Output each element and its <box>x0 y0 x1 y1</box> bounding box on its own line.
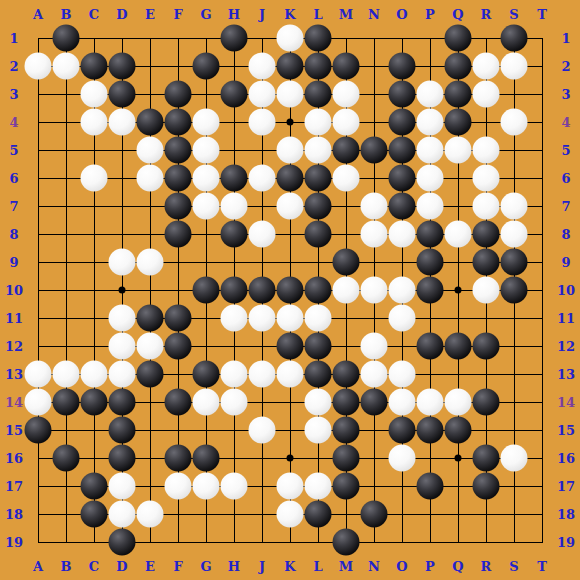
col-label-bottom: D <box>116 560 127 573</box>
black-stone-F11 <box>165 305 192 332</box>
white-stone-J2 <box>249 53 276 80</box>
black-stone-G2 <box>193 53 220 80</box>
row-label-left: 13 <box>5 368 23 381</box>
black-stone-E4 <box>137 109 164 136</box>
white-stone-S4 <box>501 109 528 136</box>
white-stone-S8 <box>501 221 528 248</box>
white-stone-Q8 <box>445 221 472 248</box>
row-label-left: 11 <box>5 312 23 325</box>
black-stone-M14 <box>333 389 360 416</box>
white-stone-E6 <box>137 165 164 192</box>
white-stone-K3 <box>277 81 304 108</box>
col-label-top: C <box>89 8 99 21</box>
col-label-bottom: L <box>313 560 322 573</box>
white-stone-N12 <box>361 333 388 360</box>
star-point <box>287 119 294 126</box>
row-label-right: 15 <box>557 424 575 437</box>
white-stone-P14 <box>417 389 444 416</box>
black-stone-M15 <box>333 417 360 444</box>
black-stone-H6 <box>221 165 248 192</box>
white-stone-G5 <box>193 137 220 164</box>
black-stone-G13 <box>193 361 220 388</box>
black-stone-H3 <box>221 81 248 108</box>
white-stone-E12 <box>137 333 164 360</box>
black-stone-N18 <box>361 501 388 528</box>
black-stone-F8 <box>165 221 192 248</box>
row-label-right: 4 <box>561 116 570 129</box>
white-stone-C4 <box>81 109 108 136</box>
white-stone-A14 <box>25 389 52 416</box>
black-stone-O5 <box>389 137 416 164</box>
star-point <box>119 287 126 294</box>
white-stone-K11 <box>277 305 304 332</box>
black-stone-L2 <box>305 53 332 80</box>
black-stone-L8 <box>305 221 332 248</box>
white-stone-C6 <box>81 165 108 192</box>
white-stone-N8 <box>361 221 388 248</box>
col-label-bottom: F <box>173 560 182 573</box>
white-stone-J3 <box>249 81 276 108</box>
white-stone-K18 <box>277 501 304 528</box>
black-stone-G10 <box>193 277 220 304</box>
black-stone-R9 <box>473 249 500 276</box>
row-label-left: 2 <box>9 60 18 73</box>
white-stone-D13 <box>109 361 136 388</box>
col-label-top: N <box>368 8 380 21</box>
white-stone-H17 <box>221 473 248 500</box>
black-stone-K10 <box>277 277 304 304</box>
row-label-right: 6 <box>561 172 570 185</box>
go-board[interactable]: AABBCCDDEEFFGGHHJJKKLLMMNNOOPPQQRRSSTT11… <box>0 0 580 580</box>
black-stone-R14 <box>473 389 500 416</box>
white-stone-J8 <box>249 221 276 248</box>
black-stone-Q3 <box>445 81 472 108</box>
white-stone-L14 <box>305 389 332 416</box>
black-stone-R16 <box>473 445 500 472</box>
col-label-bottom: T <box>537 560 547 573</box>
star-point <box>287 455 294 462</box>
white-stone-O8 <box>389 221 416 248</box>
row-label-left: 4 <box>9 116 18 129</box>
col-label-top: A <box>33 8 43 21</box>
black-stone-A15 <box>25 417 52 444</box>
black-stone-O6 <box>389 165 416 192</box>
white-stone-K7 <box>277 193 304 220</box>
black-stone-Q4 <box>445 109 472 136</box>
white-stone-G6 <box>193 165 220 192</box>
black-stone-B14 <box>53 389 80 416</box>
white-stone-M4 <box>333 109 360 136</box>
star-point <box>455 455 462 462</box>
black-stone-O4 <box>389 109 416 136</box>
star-point <box>455 287 462 294</box>
row-label-right: 17 <box>557 480 575 493</box>
black-stone-E11 <box>137 305 164 332</box>
row-label-left: 9 <box>9 256 18 269</box>
white-stone-M6 <box>333 165 360 192</box>
black-stone-F3 <box>165 81 192 108</box>
row-label-right: 18 <box>557 508 575 521</box>
white-stone-P6 <box>417 165 444 192</box>
black-stone-L18 <box>305 501 332 528</box>
row-label-left: 5 <box>9 144 18 157</box>
white-stone-A13 <box>25 361 52 388</box>
col-label-top: P <box>425 8 435 21</box>
col-label-bottom: A <box>33 560 43 573</box>
white-stone-L5 <box>305 137 332 164</box>
white-stone-E9 <box>137 249 164 276</box>
row-label-left: 6 <box>9 172 18 185</box>
black-stone-Q2 <box>445 53 472 80</box>
black-stone-L1 <box>305 25 332 52</box>
white-stone-O16 <box>389 445 416 472</box>
white-stone-D11 <box>109 305 136 332</box>
col-label-bottom: M <box>339 560 353 573</box>
black-stone-O15 <box>389 417 416 444</box>
black-stone-G16 <box>193 445 220 472</box>
row-label-left: 7 <box>9 200 18 213</box>
white-stone-K1 <box>277 25 304 52</box>
row-label-right: 9 <box>561 256 570 269</box>
black-stone-R12 <box>473 333 500 360</box>
white-stone-D17 <box>109 473 136 500</box>
col-label-top: T <box>537 8 547 21</box>
row-label-left: 15 <box>5 424 23 437</box>
white-stone-O13 <box>389 361 416 388</box>
white-stone-R5 <box>473 137 500 164</box>
white-stone-E18 <box>137 501 164 528</box>
white-stone-E5 <box>137 137 164 164</box>
black-stone-L6 <box>305 165 332 192</box>
black-stone-S1 <box>501 25 528 52</box>
row-label-left: 17 <box>5 480 23 493</box>
black-stone-D15 <box>109 417 136 444</box>
white-stone-G17 <box>193 473 220 500</box>
black-stone-K2 <box>277 53 304 80</box>
row-label-left: 12 <box>5 340 23 353</box>
white-stone-F17 <box>165 473 192 500</box>
white-stone-N7 <box>361 193 388 220</box>
black-stone-L7 <box>305 193 332 220</box>
row-label-right: 10 <box>557 284 575 297</box>
white-stone-M3 <box>333 81 360 108</box>
black-stone-H10 <box>221 277 248 304</box>
white-stone-B2 <box>53 53 80 80</box>
black-stone-O7 <box>389 193 416 220</box>
col-label-bottom: Q <box>452 560 463 573</box>
black-stone-F6 <box>165 165 192 192</box>
col-label-top: J <box>259 8 265 21</box>
grid-line <box>542 38 543 543</box>
black-stone-B16 <box>53 445 80 472</box>
white-stone-L4 <box>305 109 332 136</box>
black-stone-Q12 <box>445 333 472 360</box>
white-stone-J15 <box>249 417 276 444</box>
white-stone-R7 <box>473 193 500 220</box>
white-stone-H13 <box>221 361 248 388</box>
white-stone-A2 <box>25 53 52 80</box>
black-stone-O2 <box>389 53 416 80</box>
row-label-right: 5 <box>561 144 570 157</box>
black-stone-H1 <box>221 25 248 52</box>
col-label-top: L <box>313 8 322 21</box>
white-stone-B13 <box>53 361 80 388</box>
black-stone-P15 <box>417 417 444 444</box>
black-stone-D3 <box>109 81 136 108</box>
col-label-bottom: H <box>228 560 240 573</box>
white-stone-N13 <box>361 361 388 388</box>
white-stone-D4 <box>109 109 136 136</box>
white-stone-O11 <box>389 305 416 332</box>
black-stone-M16 <box>333 445 360 472</box>
black-stone-M17 <box>333 473 360 500</box>
col-label-top: M <box>339 8 353 21</box>
black-stone-N14 <box>361 389 388 416</box>
white-stone-Q5 <box>445 137 472 164</box>
white-stone-R3 <box>473 81 500 108</box>
white-stone-D12 <box>109 333 136 360</box>
white-stone-L17 <box>305 473 332 500</box>
white-stone-L11 <box>305 305 332 332</box>
col-label-bottom: R <box>481 560 492 573</box>
black-stone-F7 <box>165 193 192 220</box>
col-label-bottom: J <box>259 560 265 573</box>
white-stone-K13 <box>277 361 304 388</box>
white-stone-N10 <box>361 277 388 304</box>
black-stone-N5 <box>361 137 388 164</box>
black-stone-P10 <box>417 277 444 304</box>
white-stone-D18 <box>109 501 136 528</box>
white-stone-P4 <box>417 109 444 136</box>
col-label-top: G <box>200 8 211 21</box>
white-stone-L15 <box>305 417 332 444</box>
col-label-top: E <box>145 8 155 21</box>
col-label-top: F <box>173 8 182 21</box>
row-label-right: 14 <box>557 396 575 409</box>
col-label-top: K <box>284 8 295 21</box>
black-stone-K12 <box>277 333 304 360</box>
col-label-bottom: S <box>509 560 518 573</box>
row-label-right: 19 <box>557 536 575 549</box>
row-label-left: 1 <box>9 32 18 45</box>
black-stone-L3 <box>305 81 332 108</box>
white-stone-O14 <box>389 389 416 416</box>
black-stone-Q1 <box>445 25 472 52</box>
white-stone-C13 <box>81 361 108 388</box>
col-label-bottom: B <box>61 560 72 573</box>
white-stone-D9 <box>109 249 136 276</box>
white-stone-P3 <box>417 81 444 108</box>
black-stone-D19 <box>109 529 136 556</box>
col-label-bottom: G <box>200 560 211 573</box>
black-stone-L13 <box>305 361 332 388</box>
white-stone-R2 <box>473 53 500 80</box>
black-stone-S10 <box>501 277 528 304</box>
white-stone-R10 <box>473 277 500 304</box>
col-label-bottom: O <box>396 560 407 573</box>
row-label-right: 3 <box>561 88 570 101</box>
black-stone-C2 <box>81 53 108 80</box>
white-stone-P5 <box>417 137 444 164</box>
black-stone-L10 <box>305 277 332 304</box>
white-stone-G4 <box>193 109 220 136</box>
col-label-top: B <box>61 8 72 21</box>
row-label-right: 12 <box>557 340 575 353</box>
white-stone-P7 <box>417 193 444 220</box>
black-stone-R17 <box>473 473 500 500</box>
white-stone-M10 <box>333 277 360 304</box>
col-label-top: O <box>396 8 407 21</box>
white-stone-S2 <box>501 53 528 80</box>
col-label-bottom: P <box>425 560 435 573</box>
col-label-bottom: E <box>145 560 155 573</box>
col-label-top: H <box>228 8 240 21</box>
col-label-bottom: C <box>89 560 99 573</box>
white-stone-J11 <box>249 305 276 332</box>
black-stone-R8 <box>473 221 500 248</box>
black-stone-K6 <box>277 165 304 192</box>
black-stone-F14 <box>165 389 192 416</box>
row-label-right: 8 <box>561 228 570 241</box>
row-label-right: 13 <box>557 368 575 381</box>
black-stone-M2 <box>333 53 360 80</box>
white-stone-O10 <box>389 277 416 304</box>
row-label-right: 7 <box>561 200 570 213</box>
black-stone-H8 <box>221 221 248 248</box>
row-label-left: 19 <box>5 536 23 549</box>
black-stone-E13 <box>137 361 164 388</box>
row-label-left: 8 <box>9 228 18 241</box>
col-label-top: R <box>481 8 492 21</box>
row-label-right: 2 <box>561 60 570 73</box>
black-stone-C14 <box>81 389 108 416</box>
black-stone-P12 <box>417 333 444 360</box>
black-stone-P8 <box>417 221 444 248</box>
black-stone-F12 <box>165 333 192 360</box>
black-stone-F16 <box>165 445 192 472</box>
white-stone-C3 <box>81 81 108 108</box>
white-stone-J6 <box>249 165 276 192</box>
white-stone-S16 <box>501 445 528 472</box>
black-stone-D14 <box>109 389 136 416</box>
white-stone-G7 <box>193 193 220 220</box>
black-stone-B1 <box>53 25 80 52</box>
col-label-top: D <box>116 8 127 21</box>
black-stone-C17 <box>81 473 108 500</box>
white-stone-H14 <box>221 389 248 416</box>
black-stone-J10 <box>249 277 276 304</box>
white-stone-K5 <box>277 137 304 164</box>
white-stone-H7 <box>221 193 248 220</box>
white-stone-G14 <box>193 389 220 416</box>
row-label-left: 14 <box>5 396 23 409</box>
black-stone-D16 <box>109 445 136 472</box>
white-stone-J13 <box>249 361 276 388</box>
row-label-right: 11 <box>557 312 575 325</box>
white-stone-K17 <box>277 473 304 500</box>
black-stone-S9 <box>501 249 528 276</box>
black-stone-D2 <box>109 53 136 80</box>
black-stone-F4 <box>165 109 192 136</box>
white-stone-J4 <box>249 109 276 136</box>
row-label-right: 16 <box>557 452 575 465</box>
black-stone-M9 <box>333 249 360 276</box>
black-stone-P9 <box>417 249 444 276</box>
black-stone-L12 <box>305 333 332 360</box>
black-stone-C18 <box>81 501 108 528</box>
col-label-top: S <box>509 8 518 21</box>
col-label-bottom: N <box>368 560 380 573</box>
row-label-left: 18 <box>5 508 23 521</box>
row-label-left: 3 <box>9 88 18 101</box>
row-label-left: 10 <box>5 284 23 297</box>
black-stone-P17 <box>417 473 444 500</box>
white-stone-Q14 <box>445 389 472 416</box>
black-stone-F5 <box>165 137 192 164</box>
black-stone-M19 <box>333 529 360 556</box>
black-stone-M13 <box>333 361 360 388</box>
black-stone-Q15 <box>445 417 472 444</box>
black-stone-O3 <box>389 81 416 108</box>
col-label-top: Q <box>452 8 463 21</box>
white-stone-H11 <box>221 305 248 332</box>
black-stone-M5 <box>333 137 360 164</box>
row-label-left: 16 <box>5 452 23 465</box>
col-label-bottom: K <box>284 560 295 573</box>
white-stone-S7 <box>501 193 528 220</box>
white-stone-R6 <box>473 165 500 192</box>
row-label-right: 1 <box>561 32 570 45</box>
